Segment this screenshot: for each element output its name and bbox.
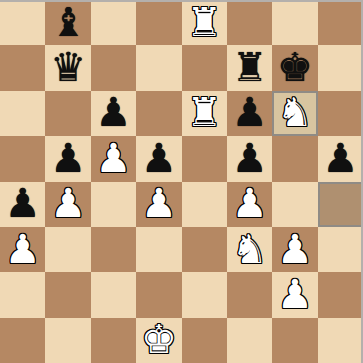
piece-white-rook[interactable]: ♜ [186,2,222,42]
square-f6[interactable]: ♟ [227,91,272,136]
piece-black-rook[interactable]: ♜ [232,47,268,87]
square-a4[interactable]: ♟ [0,182,45,227]
square-b5[interactable]: ♟ [45,136,90,181]
square-h7[interactable] [318,45,363,90]
square-d5[interactable]: ♟ [136,136,181,181]
chess-board-stage: ♝♜♛♜♚♟♜♟♞♟♟♟♟♟♟♟♟♟♟♞♟♟♚ [0,0,363,363]
piece-black-pawn[interactable]: ♟ [5,183,41,223]
square-b2[interactable] [45,272,90,317]
square-c2[interactable] [91,272,136,317]
square-e6[interactable]: ♜ [182,91,227,136]
chess-board: ♝♜♛♜♚♟♜♟♞♟♟♟♟♟♟♟♟♟♟♞♟♟♚ [0,0,363,363]
square-c4[interactable] [91,182,136,227]
square-d7[interactable] [136,45,181,90]
piece-black-pawn[interactable]: ♟ [50,138,86,178]
piece-black-queen[interactable]: ♛ [50,47,86,87]
square-g8[interactable] [272,0,317,45]
square-h4[interactable] [318,182,363,227]
square-b7[interactable]: ♛ [45,45,90,90]
square-f1[interactable] [227,318,272,363]
square-e4[interactable] [182,182,227,227]
square-b3[interactable] [45,227,90,272]
square-c5[interactable]: ♟ [91,136,136,181]
square-a5[interactable] [0,136,45,181]
square-d8[interactable] [136,0,181,45]
piece-black-pawn[interactable]: ♟ [232,92,268,132]
square-d6[interactable] [136,91,181,136]
piece-white-pawn[interactable]: ♟ [277,229,313,269]
square-f2[interactable] [227,272,272,317]
piece-white-king[interactable]: ♚ [141,319,177,359]
square-g7[interactable]: ♚ [272,45,317,90]
square-c7[interactable] [91,45,136,90]
square-c1[interactable] [91,318,136,363]
square-b8[interactable]: ♝ [45,0,90,45]
piece-white-pawn[interactable]: ♟ [277,274,313,314]
board-edge-top [0,0,363,2]
square-h6[interactable] [318,91,363,136]
square-a3[interactable]: ♟ [0,227,45,272]
piece-black-bishop[interactable]: ♝ [50,2,86,42]
square-e3[interactable] [182,227,227,272]
square-f4[interactable]: ♟ [227,182,272,227]
piece-black-pawn[interactable]: ♟ [322,138,358,178]
square-c8[interactable] [91,0,136,45]
square-b1[interactable] [45,318,90,363]
square-h3[interactable] [318,227,363,272]
piece-black-pawn[interactable]: ♟ [141,138,177,178]
square-e2[interactable] [182,272,227,317]
square-b6[interactable] [45,91,90,136]
square-g2[interactable]: ♟ [272,272,317,317]
square-c6[interactable]: ♟ [91,91,136,136]
piece-black-king[interactable]: ♚ [277,47,313,87]
square-g4[interactable] [272,182,317,227]
square-h2[interactable] [318,272,363,317]
square-h5[interactable]: ♟ [318,136,363,181]
piece-white-pawn[interactable]: ♟ [5,229,41,269]
piece-white-rook[interactable]: ♜ [186,92,222,132]
piece-white-pawn[interactable]: ♟ [141,183,177,223]
square-c3[interactable] [91,227,136,272]
square-f8[interactable] [227,0,272,45]
square-d3[interactable] [136,227,181,272]
square-b4[interactable]: ♟ [45,182,90,227]
piece-white-pawn[interactable]: ♟ [50,183,86,223]
square-d1[interactable]: ♚ [136,318,181,363]
piece-black-pawn[interactable]: ♟ [96,92,132,132]
piece-black-pawn[interactable]: ♟ [232,138,268,178]
square-g1[interactable] [272,318,317,363]
piece-white-knight[interactable]: ♞ [232,229,268,269]
square-f3[interactable]: ♞ [227,227,272,272]
square-d2[interactable] [136,272,181,317]
square-e7[interactable] [182,45,227,90]
piece-white-knight[interactable]: ♞ [277,92,313,132]
square-a2[interactable] [0,272,45,317]
square-a1[interactable] [0,318,45,363]
square-a8[interactable] [0,0,45,45]
square-e5[interactable] [182,136,227,181]
square-g6[interactable]: ♞ [272,91,317,136]
square-a7[interactable] [0,45,45,90]
piece-white-pawn[interactable]: ♟ [96,138,132,178]
square-a6[interactable] [0,91,45,136]
square-f7[interactable]: ♜ [227,45,272,90]
square-h8[interactable] [318,0,363,45]
piece-white-pawn[interactable]: ♟ [232,183,268,223]
square-g5[interactable] [272,136,317,181]
square-e1[interactable] [182,318,227,363]
square-e8[interactable]: ♜ [182,0,227,45]
square-g3[interactable]: ♟ [272,227,317,272]
square-f5[interactable]: ♟ [227,136,272,181]
square-h1[interactable] [318,318,363,363]
square-d4[interactable]: ♟ [136,182,181,227]
